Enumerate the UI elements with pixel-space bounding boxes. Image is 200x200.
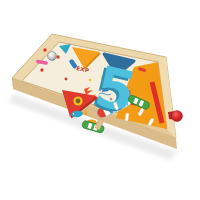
yellow-dot xyxy=(89,79,92,82)
triangle-hole xyxy=(76,99,81,104)
product-photo: EXP lagoon 5 5 xyxy=(0,0,200,200)
pinball-toy-scene: EXP lagoon 5 5 xyxy=(0,0,200,200)
steel-ball xyxy=(48,52,57,61)
launcher-knob xyxy=(172,111,183,122)
